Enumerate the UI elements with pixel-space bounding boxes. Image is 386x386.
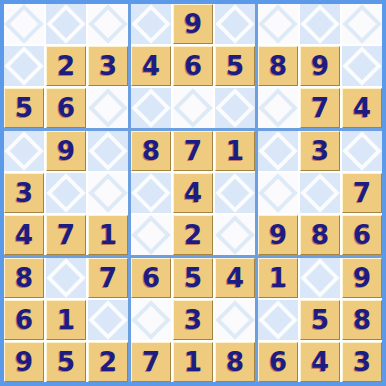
cell-r9c6: 8 [215, 342, 255, 382]
cell-r6c9: 6 [342, 215, 382, 255]
diamond-watermark-icon [4, 131, 44, 171]
box-r2c2: 87142 [131, 131, 255, 255]
cell-r4c1[interactable] [4, 131, 44, 171]
box-r1c3: 8974 [258, 4, 382, 128]
cell-r8c9: 8 [342, 300, 382, 340]
cell-r1c2[interactable] [46, 4, 86, 44]
cell-r8c2: 1 [46, 300, 86, 340]
cell-r1c9[interactable] [342, 4, 382, 44]
cell-r6c6[interactable] [215, 215, 255, 255]
diamond-watermark-icon [215, 215, 255, 255]
box-r1c2: 9465 [131, 4, 255, 128]
diamond-watermark-icon [88, 300, 128, 340]
cell-r8c8: 5 [300, 300, 340, 340]
cell-r1c6[interactable] [215, 4, 255, 44]
cell-r8c4[interactable] [131, 300, 171, 340]
diamond-watermark-icon [88, 4, 128, 44]
cell-r6c4[interactable] [131, 215, 171, 255]
cell-r4c3[interactable] [88, 131, 128, 171]
cell-r7c4: 6 [131, 258, 171, 298]
cell-r3c2: 6 [46, 88, 86, 128]
diamond-watermark-icon [342, 46, 382, 86]
diamond-watermark-icon [300, 4, 340, 44]
cell-r2c4: 4 [131, 46, 171, 86]
cell-r4c9[interactable] [342, 131, 382, 171]
box-r2c3: 37986 [258, 131, 382, 255]
diamond-watermark-icon [46, 4, 86, 44]
cell-r9c1: 9 [4, 342, 44, 382]
cell-r1c4[interactable] [131, 4, 171, 44]
diamond-watermark-icon [258, 88, 298, 128]
cell-r3c5[interactable] [173, 88, 213, 128]
diamond-watermark-icon [173, 88, 213, 128]
cell-r6c2: 7 [46, 215, 86, 255]
cell-r2c5: 6 [173, 46, 213, 86]
cell-r5c8[interactable] [300, 173, 340, 213]
cell-r4c6: 1 [215, 131, 255, 171]
diamond-watermark-icon [342, 131, 382, 171]
diamond-watermark-icon [258, 131, 298, 171]
cell-r1c3[interactable] [88, 4, 128, 44]
cell-r3c9: 4 [342, 88, 382, 128]
cell-r9c5: 1 [173, 342, 213, 382]
diamond-watermark-icon [300, 173, 340, 213]
diamond-watermark-icon [46, 258, 86, 298]
cell-r7c5: 5 [173, 258, 213, 298]
cell-r2c6: 5 [215, 46, 255, 86]
diamond-watermark-icon [131, 300, 171, 340]
diamond-watermark-icon [131, 215, 171, 255]
cell-r2c2: 2 [46, 46, 86, 86]
cell-r2c1[interactable] [4, 46, 44, 86]
diamond-watermark-icon [258, 4, 298, 44]
cell-r2c8: 9 [300, 46, 340, 86]
diamond-watermark-icon [131, 4, 171, 44]
cell-r5c3[interactable] [88, 173, 128, 213]
diamond-watermark-icon [88, 131, 128, 171]
diamond-watermark-icon [300, 258, 340, 298]
cell-r6c5: 2 [173, 215, 213, 255]
cell-r3c8: 7 [300, 88, 340, 128]
cell-r8c3[interactable] [88, 300, 128, 340]
cell-r8c1: 6 [4, 300, 44, 340]
diamond-watermark-icon [215, 300, 255, 340]
cell-r3c7[interactable] [258, 88, 298, 128]
cell-r7c9: 9 [342, 258, 382, 298]
cell-r4c5: 7 [173, 131, 213, 171]
cell-r4c7[interactable] [258, 131, 298, 171]
diamond-watermark-icon [4, 46, 44, 86]
diamond-watermark-icon [258, 300, 298, 340]
diamond-watermark-icon [46, 173, 86, 213]
diamond-watermark-icon [258, 173, 298, 213]
cell-r1c8[interactable] [300, 4, 340, 44]
box-r3c2: 6543718 [131, 258, 255, 382]
cell-r5c4[interactable] [131, 173, 171, 213]
box-r3c3: 1958643 [258, 258, 382, 382]
diamond-watermark-icon [88, 88, 128, 128]
cell-r6c7: 9 [258, 215, 298, 255]
cell-r7c1: 8 [4, 258, 44, 298]
cell-r4c8: 3 [300, 131, 340, 171]
box-r3c1: 8761952 [4, 258, 128, 382]
cell-r5c5: 4 [173, 173, 213, 213]
diamond-watermark-icon [4, 4, 44, 44]
diamond-watermark-icon [88, 173, 128, 213]
cell-r7c2[interactable] [46, 258, 86, 298]
cell-r3c6[interactable] [215, 88, 255, 128]
cell-r9c8: 4 [300, 342, 340, 382]
cell-r6c3: 1 [88, 215, 128, 255]
box-r2c1: 93471 [4, 131, 128, 255]
cell-r5c6[interactable] [215, 173, 255, 213]
cell-r9c2: 5 [46, 342, 86, 382]
cell-r7c3: 7 [88, 258, 128, 298]
diamond-watermark-icon [131, 88, 171, 128]
cell-r8c6[interactable] [215, 300, 255, 340]
cell-r6c8: 8 [300, 215, 340, 255]
diamond-watermark-icon [342, 4, 382, 44]
cell-r3c1: 5 [4, 88, 44, 128]
cell-r7c8[interactable] [300, 258, 340, 298]
cell-r8c7[interactable] [258, 300, 298, 340]
cell-r9c4: 7 [131, 342, 171, 382]
cell-r1c1[interactable] [4, 4, 44, 44]
cell-r4c4: 8 [131, 131, 171, 171]
cell-r2c7: 8 [258, 46, 298, 86]
cell-r5c1: 3 [4, 173, 44, 213]
box-r1c1: 2356 [4, 4, 128, 128]
cell-r3c3[interactable] [88, 88, 128, 128]
diamond-watermark-icon [215, 4, 255, 44]
cell-r1c7[interactable] [258, 4, 298, 44]
cell-r3c4[interactable] [131, 88, 171, 128]
cell-r2c9[interactable] [342, 46, 382, 86]
cell-r7c7: 1 [258, 258, 298, 298]
cell-r6c1: 4 [4, 215, 44, 255]
cell-r9c9: 3 [342, 342, 382, 382]
cell-r2c3: 3 [88, 46, 128, 86]
sudoku-board: 2356946589749347187142379868761952654371… [0, 0, 386, 386]
cell-r9c3: 2 [88, 342, 128, 382]
cell-r4c2: 9 [46, 131, 86, 171]
cell-r7c6: 4 [215, 258, 255, 298]
cell-r5c2[interactable] [46, 173, 86, 213]
cell-r1c5: 9 [173, 4, 213, 44]
diamond-watermark-icon [131, 173, 171, 213]
cell-r8c5: 3 [173, 300, 213, 340]
cell-r9c7: 6 [258, 342, 298, 382]
diamond-watermark-icon [215, 88, 255, 128]
diamond-watermark-icon [215, 173, 255, 213]
cell-r5c9: 7 [342, 173, 382, 213]
cell-r5c7[interactable] [258, 173, 298, 213]
